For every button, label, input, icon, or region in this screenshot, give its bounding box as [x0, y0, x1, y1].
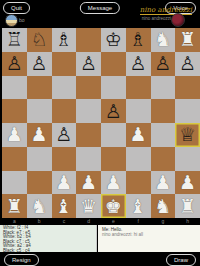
file-label-c: c: [52, 218, 77, 225]
black-pawn-d7: ♙: [76, 52, 101, 76]
top-bar: Quit Message Voice bo nino andreozzi nin…: [0, 0, 200, 28]
white-pawn-d2: ♟: [76, 171, 101, 195]
chess-board: ♖♘♗♔♗♞♜♙♙♙♙♙♙♙♟♟♙♟♕♟♟♟♟♟♜♞♝♛♚♝♞♜: [2, 28, 200, 218]
square-d8[interactable]: [76, 28, 101, 52]
square-e7[interactable]: [101, 52, 126, 76]
square-d4[interactable]: [76, 123, 101, 147]
square-a2[interactable]: [2, 171, 27, 195]
square-c4[interactable]: ♙: [52, 123, 77, 147]
square-f4[interactable]: ♟: [126, 123, 151, 147]
black-pawn-e5: ♙: [101, 99, 126, 123]
square-f3[interactable]: [126, 147, 151, 171]
square-g2[interactable]: ♟: [151, 171, 176, 195]
white-bishop-c1: ♝: [52, 194, 77, 218]
white-knight-g8: ♞: [151, 28, 176, 52]
file-label-f: f: [126, 218, 151, 225]
white-knight-b1: ♞: [27, 194, 52, 218]
square-d1[interactable]: ♛: [76, 194, 101, 218]
right-player-name: nino andreozzi: [142, 16, 171, 21]
white-pawn-e2: ♟: [101, 171, 126, 195]
file-label-d: d: [76, 218, 101, 225]
square-f7[interactable]: ♙: [126, 52, 151, 76]
board-area: ♖♘♗♔♗♞♜♙♙♙♙♙♙♙♟♟♙♟♕♟♟♟♟♟♜♞♝♛♚♝♞♜: [0, 28, 200, 218]
square-g8[interactable]: ♞: [151, 28, 176, 52]
draw-button[interactable]: Draw: [166, 254, 196, 266]
black-pawn-c4: ♙: [52, 123, 77, 147]
file-label-g: g: [151, 218, 176, 225]
square-a5[interactable]: [2, 99, 27, 123]
white-pawn-h2: ♟: [175, 171, 200, 195]
chat-message-2: nino andreozzi: hi all: [102, 232, 200, 237]
square-h5[interactable]: [175, 99, 200, 123]
black-rook-a8: ♖: [2, 28, 27, 52]
square-a1[interactable]: ♜: [2, 194, 27, 218]
square-g3[interactable]: [151, 147, 176, 171]
square-c8[interactable]: ♗: [52, 28, 77, 52]
square-b6[interactable]: [27, 76, 52, 100]
bottom-bar: Resign Draw: [0, 252, 200, 266]
square-d5[interactable]: [76, 99, 101, 123]
square-c1[interactable]: ♝: [52, 194, 77, 218]
white-bishop-f1: ♝: [126, 194, 151, 218]
black-pawn-h7: ♙: [175, 52, 200, 76]
square-e5[interactable]: ♙: [101, 99, 126, 123]
file-labels: abcdefgh: [2, 218, 200, 225]
square-g4[interactable]: [151, 123, 176, 147]
square-b8[interactable]: ♘: [27, 28, 52, 52]
square-g6[interactable]: [151, 76, 176, 100]
square-d3[interactable]: [76, 147, 101, 171]
file-label-b: b: [27, 218, 52, 225]
square-d6[interactable]: [76, 76, 101, 100]
black-pawn-b7: ♙: [27, 52, 52, 76]
square-c5[interactable]: [52, 99, 77, 123]
white-king-e1: ♚: [101, 194, 126, 218]
square-e8[interactable]: ♔: [101, 28, 126, 52]
move-list[interactable]: White: f2 : f4Black: e7 : e5White: b2 : …: [0, 225, 97, 252]
square-g5[interactable]: [151, 99, 176, 123]
square-a8[interactable]: ♖: [2, 28, 27, 52]
square-a4[interactable]: ♟: [2, 123, 27, 147]
file-label-a: a: [2, 218, 27, 225]
square-e3[interactable]: [101, 147, 126, 171]
square-e2[interactable]: ♟: [101, 171, 126, 195]
square-g7[interactable]: ♙: [151, 52, 176, 76]
file-label-h: h: [175, 218, 200, 225]
square-d7[interactable]: ♙: [76, 52, 101, 76]
black-knight-b8: ♘: [27, 28, 52, 52]
square-f2[interactable]: [126, 171, 151, 195]
white-rook-h1: ♜: [175, 194, 200, 218]
square-h3[interactable]: [175, 147, 200, 171]
square-b2[interactable]: [27, 171, 52, 195]
white-pawn-a4: ♟: [2, 123, 27, 147]
square-h1[interactable]: ♜: [175, 194, 200, 218]
white-queen-d1: ♛: [76, 194, 101, 218]
right-player-avatar: [171, 13, 185, 27]
square-b5[interactable]: [27, 99, 52, 123]
black-pawn-a7: ♙: [2, 52, 27, 76]
square-e4[interactable]: [101, 123, 126, 147]
left-player-name: bo: [19, 17, 25, 23]
white-rook-h8: ♜: [175, 28, 200, 52]
right-player-signature: nino andreozzi: [140, 6, 192, 15]
white-pawn-g2: ♟: [151, 171, 176, 195]
message-button[interactable]: Message: [80, 2, 120, 14]
square-e1[interactable]: ♚: [101, 194, 126, 218]
black-bishop-f8: ♗: [126, 28, 151, 52]
square-b3[interactable]: [27, 147, 52, 171]
left-player-avatar: [5, 14, 18, 27]
square-a7[interactable]: ♙: [2, 52, 27, 76]
resign-button[interactable]: Resign: [4, 254, 39, 266]
square-f5[interactable]: [126, 99, 151, 123]
square-e6[interactable]: [101, 76, 126, 100]
quit-button[interactable]: Quit: [3, 2, 30, 14]
file-label-e: e: [101, 218, 126, 225]
square-a3[interactable]: [2, 147, 27, 171]
square-h2[interactable]: ♟: [175, 171, 200, 195]
square-b7[interactable]: ♙: [27, 52, 52, 76]
white-pawn-c2: ♟: [52, 171, 77, 195]
square-c7[interactable]: [52, 52, 77, 76]
square-h8[interactable]: ♜: [175, 28, 200, 52]
black-pawn-g7: ♙: [151, 52, 176, 76]
square-h4[interactable]: ♕: [175, 123, 200, 147]
white-pawn-b4: ♟: [27, 123, 52, 147]
square-f8[interactable]: ♗: [126, 28, 151, 52]
square-d2[interactable]: ♟: [76, 171, 101, 195]
info-panels: White: f2 : f4Black: e7 : e5White: b2 : …: [0, 225, 200, 252]
square-f1[interactable]: ♝: [126, 194, 151, 218]
white-rook-a1: ♜: [2, 194, 27, 218]
chat-log[interactable]: Me: Hello.nino andreozzi: hi all: [98, 225, 200, 252]
black-queen-h4: ♕: [175, 123, 200, 147]
white-knight-g1: ♞: [151, 194, 176, 218]
square-h6[interactable]: [175, 76, 200, 100]
square-b4[interactable]: ♟: [27, 123, 52, 147]
white-pawn-f4: ♟: [126, 123, 151, 147]
black-king-e8: ♔: [101, 28, 126, 52]
black-pawn-f7: ♙: [126, 52, 151, 76]
square-c2[interactable]: ♟: [52, 171, 77, 195]
square-g1[interactable]: ♞: [151, 194, 176, 218]
square-c6[interactable]: [52, 76, 77, 100]
square-f6[interactable]: [126, 76, 151, 100]
square-c3[interactable]: [52, 147, 77, 171]
square-h7[interactable]: ♙: [175, 52, 200, 76]
square-b1[interactable]: ♞: [27, 194, 52, 218]
square-a6[interactable]: [2, 76, 27, 100]
black-bishop-c8: ♗: [52, 28, 77, 52]
